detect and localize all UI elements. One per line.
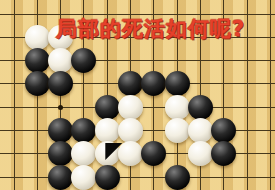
stone-black	[95, 165, 120, 190]
stone-black	[95, 95, 120, 120]
stone-white	[165, 95, 190, 120]
stone-white	[25, 25, 50, 50]
stone-white	[118, 141, 143, 166]
stone-black	[118, 71, 143, 96]
stone-black	[71, 48, 96, 73]
stone-black	[71, 118, 96, 143]
stone-black	[188, 95, 213, 120]
stone-black	[48, 118, 73, 143]
star-point	[58, 105, 63, 110]
stone-white	[48, 48, 73, 73]
grid-line-vertical	[270, 0, 271, 190]
stone-white	[71, 141, 96, 166]
stone-black	[141, 71, 166, 96]
grid-line-vertical	[14, 0, 15, 190]
stone-white	[188, 118, 213, 143]
stone-white	[95, 118, 120, 143]
grid-line-vertical	[247, 0, 248, 190]
stone-black	[48, 165, 73, 190]
stone-black	[211, 141, 236, 166]
stone-black	[165, 165, 190, 190]
stone-black	[25, 48, 50, 73]
grid-line-horizontal	[0, 14, 275, 15]
stone-black	[165, 71, 190, 96]
stone-black	[48, 71, 73, 96]
stone-white	[188, 141, 213, 166]
stone-white	[118, 118, 143, 143]
stone-white	[118, 95, 143, 120]
stone-white	[165, 118, 190, 143]
stone-black	[25, 71, 50, 96]
stone-white	[71, 165, 96, 190]
stone-black	[211, 118, 236, 143]
stone-black	[141, 141, 166, 166]
go-board: 局部的死活如何呢?	[0, 0, 275, 190]
stone-black	[48, 141, 73, 166]
grid-line-horizontal	[0, 177, 275, 178]
caption-text: 局部的死活如何呢?	[56, 19, 245, 40]
